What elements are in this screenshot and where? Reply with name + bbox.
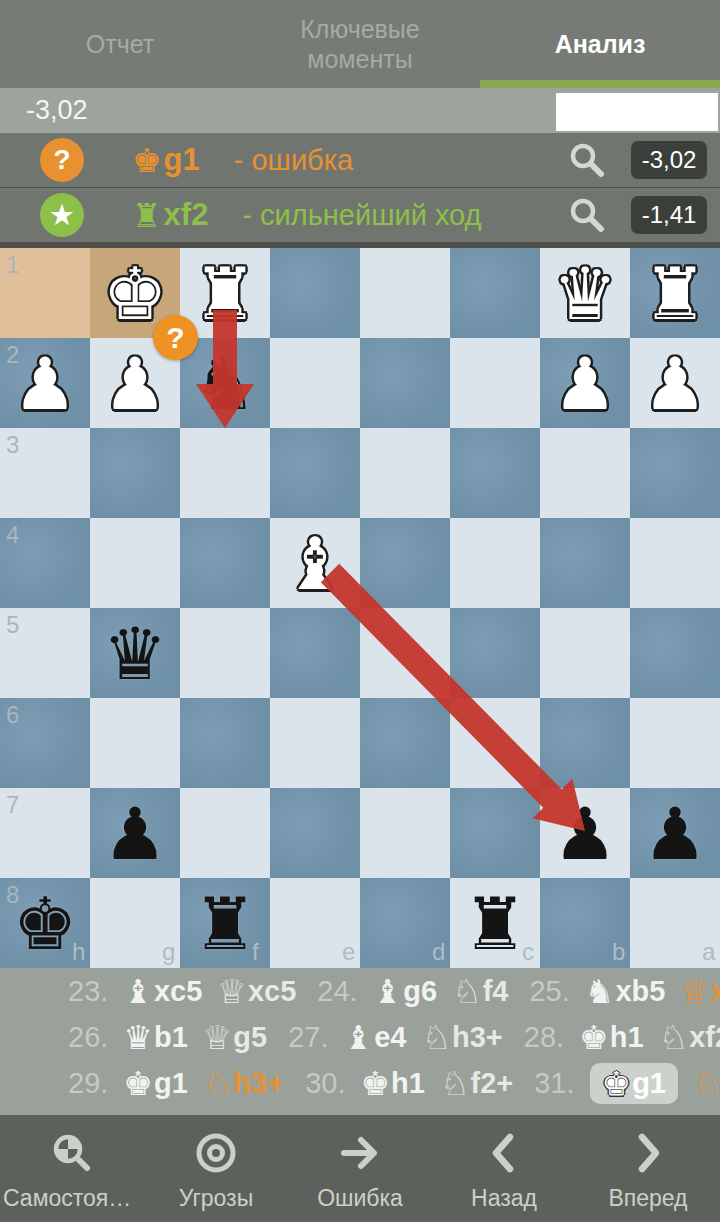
tab-report-label: Отчет — [86, 29, 154, 59]
figurine-icon: ♚ — [602, 1064, 632, 1103]
square-g6[interactable] — [90, 698, 180, 788]
move-list-line-1: 23.♝xc5♕xc524.♝g6♘f425.♞xb5♕xb5 — [0, 968, 720, 1014]
black-queen-g5: ♛ — [90, 608, 180, 698]
chevron-right-icon — [624, 1129, 672, 1177]
square-c1[interactable] — [450, 248, 540, 338]
move-♝xc5[interactable]: ♝xc5 — [123, 972, 202, 1011]
magnifier-icon[interactable] — [567, 195, 607, 235]
evaluation-bar: -3,02 — [0, 88, 720, 133]
move-text: f2+ — [471, 1067, 514, 1100]
move-text: xc5 — [154, 975, 202, 1008]
square-b8[interactable] — [540, 878, 630, 968]
tab-key-moments-label: Ключевые моменты — [285, 14, 435, 74]
figurine-icon: ♚ — [123, 1064, 153, 1103]
square-g5[interactable]: ♛ — [90, 608, 180, 698]
move-text: b1 — [154, 1021, 188, 1054]
square-h8[interactable]: ♚ — [0, 878, 90, 968]
square-f6[interactable] — [180, 698, 270, 788]
move-text: xc5 — [248, 975, 296, 1008]
black-rook-c8: ♜ — [450, 878, 540, 968]
square-e3[interactable] — [270, 428, 360, 518]
figurine-icon: ♘ — [203, 1064, 233, 1103]
board-cells: ♚♜♛♜♟♟♞♟♟♝♛♟♟♟♚♜♜ — [0, 248, 720, 968]
figurine-icon: ♘ — [693, 1064, 720, 1103]
square-b1[interactable]: ♛ — [540, 248, 630, 338]
mistake-question-marker: ? — [153, 315, 198, 360]
move-number: 30. — [305, 1067, 345, 1100]
figurine-icon: ♘ — [421, 1018, 451, 1057]
square-a8[interactable] — [630, 878, 720, 968]
black-pawn-g7: ♟ — [90, 788, 180, 878]
move-♕g5[interactable]: ♕g5 — [203, 1018, 267, 1057]
move-♕xb5[interactable]: ♕xb5 — [680, 972, 720, 1011]
back-button[interactable]: Назад — [432, 1115, 576, 1222]
figurine-icon: ♚ — [360, 1064, 390, 1103]
square-e8[interactable] — [270, 878, 360, 968]
analysis-rows: ? ♚g1 - ошибка -3,02 ★ ♜xf2 - сильнейший… — [0, 133, 720, 242]
mistake-label: - ошибка — [234, 144, 353, 177]
self-analysis-button[interactable]: Самостоят… — [0, 1115, 144, 1222]
mistake-score-badge: -3,02 — [631, 141, 707, 179]
figurine-icon: ♕ — [203, 1018, 233, 1057]
self-analysis-label: Самостоят… — [3, 1185, 141, 1212]
target-icon — [192, 1129, 240, 1177]
move-text: xf2+ — [689, 1021, 720, 1054]
move-♘f4[interactable]: ♘f4 — [452, 972, 508, 1011]
white-pawn-b2: ♟ — [540, 338, 630, 428]
square-h2[interactable]: ♟ — [0, 338, 90, 428]
square-d7[interactable] — [360, 788, 450, 878]
square-f5[interactable] — [180, 608, 270, 698]
square-b2[interactable]: ♟ — [540, 338, 630, 428]
square-b5[interactable] — [540, 608, 630, 698]
self-analysis-magnifier-icon — [48, 1129, 96, 1177]
move-text: g1 — [632, 1067, 666, 1100]
square-h7[interactable] — [0, 788, 90, 878]
star-badge-icon: ★ — [40, 193, 84, 237]
move-text: g1 — [154, 1067, 188, 1100]
square-e7[interactable] — [270, 788, 360, 878]
forward-label: Вперед — [608, 1185, 687, 1212]
square-d4[interactable] — [360, 518, 450, 608]
figurine-icon: ♝ — [373, 972, 403, 1011]
move-number: 25. — [529, 975, 569, 1008]
black-pawn-b7: ♟ — [540, 788, 630, 878]
square-c2[interactable] — [450, 338, 540, 428]
move-list-line-4: 32.♚h1♘f2+ — [0, 1106, 720, 1115]
figurine-icon: ♝ — [344, 1018, 374, 1057]
move-♝g6[interactable]: ♝g6 — [373, 972, 437, 1011]
black-rook-f8: ♜ — [180, 878, 270, 968]
move-number: 28. — [524, 1021, 564, 1054]
figurine-icon: ♘ — [440, 1064, 470, 1103]
move-number: 29. — [68, 1067, 108, 1100]
square-b6[interactable] — [540, 698, 630, 788]
figurine-icon: ♕ — [217, 972, 247, 1011]
figurine-icon: ♕ — [680, 972, 710, 1011]
square-c7[interactable] — [450, 788, 540, 878]
white-rook-a1: ♜ — [630, 248, 720, 338]
square-h6[interactable] — [0, 698, 90, 788]
bottom-toolbar: Самостоят… Угрозы Ошибка Назад — [0, 1115, 720, 1222]
tab-key-moments[interactable]: Ключевые моменты — [240, 0, 480, 88]
square-a6[interactable] — [630, 698, 720, 788]
square-c6[interactable] — [450, 698, 540, 788]
move-number: 24. — [317, 975, 357, 1008]
square-e5[interactable] — [270, 608, 360, 698]
square-g7[interactable]: ♟ — [90, 788, 180, 878]
square-d1[interactable] — [360, 248, 450, 338]
best-move: ♜xf2 — [132, 196, 208, 235]
move-number: 27. — [288, 1021, 328, 1054]
chess-board: ♚♜♛♜♟♟♞♟♟♝♛♟♟♟♚♜♜ ? 12345678hgfedcba — [0, 248, 720, 968]
evaluation-white-segment — [556, 93, 718, 131]
tab-report[interactable]: Отчет — [0, 0, 240, 88]
move-number: 23. — [68, 975, 108, 1008]
square-g8[interactable] — [90, 878, 180, 968]
move-♝e4[interactable]: ♝e4 — [344, 1018, 407, 1057]
square-a2[interactable]: ♟ — [630, 338, 720, 428]
move-text: xb5 — [711, 975, 720, 1008]
square-e6[interactable] — [270, 698, 360, 788]
move-text: h3+ — [233, 1067, 284, 1100]
square-e1[interactable] — [270, 248, 360, 338]
move-list: 23.♝xc5♕xc524.♝g6♘f425.♞xb5♕xb526.♛b1♕g5… — [0, 968, 720, 1115]
arrow-right-icon — [336, 1129, 384, 1177]
app-screen: Отчет Ключевые моменты Анализ -3,02 ? ♚g… — [0, 0, 720, 1222]
square-b7[interactable]: ♟ — [540, 788, 630, 878]
magnifier-icon[interactable] — [567, 140, 607, 180]
square-c4[interactable] — [450, 518, 540, 608]
move-♕xc5[interactable]: ♕xc5 — [217, 972, 296, 1011]
tab-bar: Отчет Ключевые моменты Анализ — [0, 0, 720, 88]
move-♚h1[interactable]: ♚h1 — [579, 1018, 643, 1057]
mistake-move-text: g1 — [164, 142, 200, 178]
square-d5[interactable] — [360, 608, 450, 698]
move-♚g1[interactable]: ♚g1 — [123, 1064, 187, 1103]
white-bishop-e4: ♝ — [270, 518, 360, 608]
move-♘h3+[interactable]: ♘h3+ — [421, 1018, 502, 1057]
square-d8[interactable] — [360, 878, 450, 968]
move-text: h1 — [610, 1021, 644, 1054]
mistake-move: ♚g1 — [132, 141, 200, 180]
square-g4[interactable] — [90, 518, 180, 608]
square-a3[interactable] — [630, 428, 720, 518]
move-text: g6 — [403, 975, 437, 1008]
move-list-line-2: 26.♛b1♕g527.♝e4♘h3+28.♚h1♘xf2+ — [0, 1014, 720, 1060]
question-badge-icon: ? — [40, 138, 84, 182]
move-♘h3+[interactable]: ♘h3+ — [203, 1064, 284, 1103]
tab-analysis[interactable]: Анализ — [480, 0, 720, 88]
forward-button[interactable]: Вперед — [576, 1115, 720, 1222]
square-a7[interactable]: ♟ — [630, 788, 720, 878]
black-pawn-a7: ♟ — [630, 788, 720, 878]
square-c3[interactable] — [450, 428, 540, 518]
black-king-h8: ♚ — [0, 878, 90, 968]
tab-analysis-label: Анализ — [555, 29, 646, 59]
move-♘xf2+[interactable]: ♘xf2+ — [659, 1018, 720, 1057]
king-figurine-icon: ♚ — [132, 141, 162, 180]
square-f2[interactable]: ♞ — [180, 338, 270, 428]
figurine-icon: ♚ — [579, 1018, 609, 1057]
square-h3[interactable] — [0, 428, 90, 518]
mistake-button[interactable]: Ошибка — [288, 1115, 432, 1222]
threats-button[interactable]: Угрозы — [144, 1115, 288, 1222]
square-f4[interactable] — [180, 518, 270, 608]
square-a5[interactable] — [630, 608, 720, 698]
mistake-row[interactable]: ? ♚g1 - ошибка -3,02 — [0, 133, 720, 187]
black-knight-f2: ♞ — [180, 338, 270, 428]
move-number: 31. — [534, 1067, 574, 1100]
chevron-left-icon — [480, 1129, 528, 1177]
white-pawn-a2: ♟ — [630, 338, 720, 428]
square-a4[interactable] — [630, 518, 720, 608]
square-f7[interactable] — [180, 788, 270, 878]
move-♘h3+[interactable]: ♘h3+ — [693, 1064, 720, 1103]
figurine-icon: ♝ — [123, 972, 153, 1011]
square-c8[interactable]: ♜ — [450, 878, 540, 968]
rook-figurine-icon: ♜ — [132, 196, 162, 235]
move-♚g1[interactable]: ♚g1 — [590, 1063, 678, 1104]
move-text: e4 — [374, 1021, 406, 1054]
figurine-icon: ♘ — [452, 972, 482, 1011]
square-g3[interactable] — [90, 428, 180, 518]
move-text: xb5 — [615, 975, 665, 1008]
best-move-row[interactable]: ★ ♜xf2 - сильнейший ход -1,41 — [0, 188, 720, 242]
square-a1[interactable]: ♜ — [630, 248, 720, 338]
square-d2[interactable] — [360, 338, 450, 428]
square-b4[interactable] — [540, 518, 630, 608]
back-label: Назад — [471, 1185, 537, 1212]
white-queen-b1: ♛ — [540, 248, 630, 338]
move-number: 26. — [68, 1021, 108, 1054]
move-text: h3+ — [452, 1021, 503, 1054]
best-move-text: xf2 — [164, 197, 209, 233]
move-♘f2+[interactable]: ♘f2+ — [440, 1064, 513, 1103]
square-b3[interactable] — [540, 428, 630, 518]
figurine-icon: ♘ — [659, 1018, 689, 1057]
move-list-line-3: 29.♚g1♘h3+30.♚h1♘f2+31.♚g1♘h3+ — [0, 1060, 720, 1106]
white-pawn-h2: ♟ — [0, 338, 90, 428]
move-♚h1[interactable]: ♚h1 — [360, 1064, 424, 1103]
best-move-label: - сильнейший ход — [242, 199, 481, 232]
square-c5[interactable] — [450, 608, 540, 698]
move-text: h1 — [391, 1067, 425, 1100]
square-d3[interactable] — [360, 428, 450, 518]
square-h5[interactable] — [0, 608, 90, 698]
square-f8[interactable]: ♜ — [180, 878, 270, 968]
square-h1[interactable] — [0, 248, 90, 338]
square-e2[interactable] — [270, 338, 360, 428]
move-text: f4 — [483, 975, 509, 1008]
move-♛b1[interactable]: ♛b1 — [123, 1018, 187, 1057]
move-♞xb5[interactable]: ♞xb5 — [585, 972, 666, 1011]
best-move-score-badge: -1,41 — [631, 196, 707, 234]
square-d6[interactable] — [360, 698, 450, 788]
evaluation-score: -3,02 — [26, 88, 88, 133]
move-text: g5 — [233, 1021, 267, 1054]
threats-label: Угрозы — [179, 1185, 253, 1212]
figurine-icon: ♛ — [123, 1018, 153, 1057]
square-h4[interactable] — [0, 518, 90, 608]
figurine-icon: ♞ — [585, 972, 615, 1011]
mistake-label: Ошибка — [317, 1185, 403, 1212]
square-e4[interactable]: ♝ — [270, 518, 360, 608]
square-f3[interactable] — [180, 428, 270, 518]
